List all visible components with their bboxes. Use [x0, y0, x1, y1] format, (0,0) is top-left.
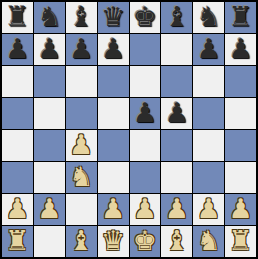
square-f4[interactable]	[161, 130, 192, 161]
square-a2[interactable]: ♟	[2, 194, 33, 225]
black-pawn[interactable]: ♟	[5, 35, 29, 62]
black-pawn[interactable]: ♟	[165, 99, 189, 126]
white-pawn[interactable]: ♟	[101, 195, 125, 222]
square-b1[interactable]	[34, 226, 65, 257]
black-knight[interactable]: ♞	[197, 3, 221, 30]
black-rook[interactable]: ♜	[5, 3, 29, 30]
square-g8[interactable]: ♞	[193, 2, 224, 33]
white-pawn[interactable]: ♟	[69, 131, 93, 158]
square-e3[interactable]	[130, 162, 161, 193]
white-pawn[interactable]: ♟	[37, 195, 61, 222]
square-g1[interactable]: ♞	[193, 226, 224, 257]
square-h8[interactable]: ♜	[225, 2, 256, 33]
square-e6[interactable]	[130, 66, 161, 97]
white-pawn[interactable]: ♟	[165, 195, 189, 222]
square-c8[interactable]: ♝	[66, 2, 97, 33]
black-bishop[interactable]: ♝	[165, 3, 189, 30]
square-a5[interactable]	[2, 98, 33, 129]
square-c2[interactable]	[66, 194, 97, 225]
square-d7[interactable]: ♟	[98, 34, 129, 65]
square-a8[interactable]: ♜	[2, 2, 33, 33]
square-c6[interactable]	[66, 66, 97, 97]
white-queen[interactable]: ♛	[101, 227, 125, 254]
black-pawn[interactable]: ♟	[101, 35, 125, 62]
black-king[interactable]: ♚	[133, 3, 157, 30]
square-c7[interactable]: ♟	[66, 34, 97, 65]
black-pawn[interactable]: ♟	[228, 35, 252, 62]
square-f3[interactable]	[161, 162, 192, 193]
square-b5[interactable]	[34, 98, 65, 129]
square-c3[interactable]: ♞	[66, 162, 97, 193]
white-rook[interactable]: ♜	[5, 227, 29, 254]
square-a3[interactable]	[2, 162, 33, 193]
square-f6[interactable]	[161, 66, 192, 97]
white-rook[interactable]: ♜	[228, 227, 252, 254]
black-pawn[interactable]: ♟	[37, 35, 61, 62]
square-b6[interactable]	[34, 66, 65, 97]
square-g2[interactable]: ♟	[193, 194, 224, 225]
square-b3[interactable]	[34, 162, 65, 193]
square-d1[interactable]: ♛	[98, 226, 129, 257]
white-pawn[interactable]: ♟	[197, 195, 221, 222]
square-f8[interactable]: ♝	[161, 2, 192, 33]
white-knight[interactable]: ♞	[69, 163, 93, 190]
black-pawn[interactable]: ♟	[197, 35, 221, 62]
square-a1[interactable]: ♜	[2, 226, 33, 257]
square-b8[interactable]: ♞	[34, 2, 65, 33]
square-b7[interactable]: ♟	[34, 34, 65, 65]
square-d6[interactable]	[98, 66, 129, 97]
square-c5[interactable]	[66, 98, 97, 129]
square-c1[interactable]: ♝	[66, 226, 97, 257]
square-f7[interactable]	[161, 34, 192, 65]
square-h5[interactable]	[225, 98, 256, 129]
chess-board-frame: ♜♞♝♛♚♝♞♜♟♟♟♟♟♟♟♟♟♞♟♟♟♟♟♟♟♜♝♛♚♝♞♜	[0, 0, 258, 259]
square-f5[interactable]: ♟	[161, 98, 192, 129]
square-e1[interactable]: ♚	[130, 226, 161, 257]
square-c4[interactable]: ♟	[66, 130, 97, 161]
square-f2[interactable]: ♟	[161, 194, 192, 225]
square-h7[interactable]: ♟	[225, 34, 256, 65]
black-bishop[interactable]: ♝	[69, 3, 93, 30]
square-b4[interactable]	[34, 130, 65, 161]
square-e7[interactable]	[130, 34, 161, 65]
black-queen[interactable]: ♛	[101, 3, 125, 30]
square-g4[interactable]	[193, 130, 224, 161]
black-knight[interactable]: ♞	[37, 3, 61, 30]
square-h3[interactable]	[225, 162, 256, 193]
white-pawn[interactable]: ♟	[228, 195, 252, 222]
square-d3[interactable]	[98, 162, 129, 193]
square-d5[interactable]	[98, 98, 129, 129]
white-pawn[interactable]: ♟	[133, 195, 157, 222]
square-h1[interactable]: ♜	[225, 226, 256, 257]
white-pawn[interactable]: ♟	[5, 195, 29, 222]
square-g6[interactable]	[193, 66, 224, 97]
white-bishop[interactable]: ♝	[165, 227, 189, 254]
square-h2[interactable]: ♟	[225, 194, 256, 225]
white-knight[interactable]: ♞	[197, 227, 221, 254]
square-d2[interactable]: ♟	[98, 194, 129, 225]
black-pawn[interactable]: ♟	[69, 35, 93, 62]
square-e2[interactable]: ♟	[130, 194, 161, 225]
square-h6[interactable]	[225, 66, 256, 97]
chess-board: ♜♞♝♛♚♝♞♜♟♟♟♟♟♟♟♟♟♞♟♟♟♟♟♟♟♜♝♛♚♝♞♜	[2, 2, 256, 257]
square-a4[interactable]	[2, 130, 33, 161]
black-pawn[interactable]: ♟	[133, 99, 157, 126]
square-a6[interactable]	[2, 66, 33, 97]
square-g7[interactable]: ♟	[193, 34, 224, 65]
square-h4[interactable]	[225, 130, 256, 161]
square-d8[interactable]: ♛	[98, 2, 129, 33]
white-bishop[interactable]: ♝	[69, 227, 93, 254]
square-b2[interactable]: ♟	[34, 194, 65, 225]
square-d4[interactable]	[98, 130, 129, 161]
square-e5[interactable]: ♟	[130, 98, 161, 129]
square-a7[interactable]: ♟	[2, 34, 33, 65]
white-king[interactable]: ♚	[133, 227, 157, 254]
black-rook[interactable]: ♜	[228, 3, 252, 30]
square-e8[interactable]: ♚	[130, 2, 161, 33]
square-g3[interactable]	[193, 162, 224, 193]
square-f1[interactable]: ♝	[161, 226, 192, 257]
square-g5[interactable]	[193, 98, 224, 129]
square-e4[interactable]	[130, 130, 161, 161]
